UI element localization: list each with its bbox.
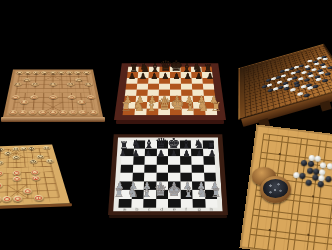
chess-piece-white[interactable]: ♜ — [205, 188, 227, 200]
chess-piece-black[interactable]: ♟ — [201, 149, 223, 158]
chess-piece-white[interactable]: ♜ — [205, 102, 227, 114]
chess-piece-black[interactable]: ♟ — [199, 72, 221, 81]
board-games-render: abcdefgh ♜♞♝♛♚♝♞♜♟♟♟♟♟♟♟♟♟♟♟♟♟♟♟♟♜♞♝♛♚♝♞… — [0, 0, 332, 250]
chess-pieces-overlay: ♜♞♝♛♚♝♞♜♟♟♟♟♟♟♟♟♟♟♟♟♟♟♟♟♜♞♝♛♚♝♞♜♜♞♝♛♚♝♞♜… — [0, 0, 332, 250]
